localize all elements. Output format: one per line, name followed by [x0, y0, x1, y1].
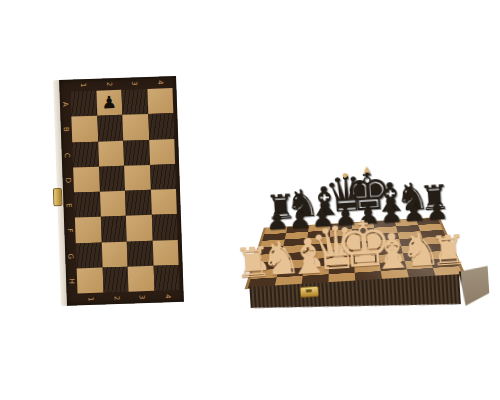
rank-label: 4: [161, 283, 174, 309]
folded-square: [75, 217, 101, 243]
rank-label: 3: [135, 284, 148, 310]
folded-square: [76, 242, 102, 268]
folded-chess-board: 1234 ABCDEFGH ♟ 1234: [53, 76, 184, 306]
chess-pieces: ♜♞♝♛●♚▲♝♞♜♟♟♟♟♟♟♟♟♟♟♟♟♟♟♟♟♜♞♝♛♚♝♞♜: [230, 148, 495, 338]
folded-square: [100, 216, 126, 242]
folded-square: [71, 116, 97, 142]
folded-square: [126, 215, 152, 241]
folded-square: [98, 140, 124, 166]
black-pawn: ♟: [402, 199, 426, 225]
product-photo: 1234 ABCDEFGH ♟ 1234 ♜♞♝♛●♚▲♝♞♜♟♟♟♟♟♟♟♟♟…: [0, 0, 500, 400]
folded-square: [149, 139, 175, 165]
folded-board-face: 1234 ABCDEFGH ♟ 1234: [59, 76, 184, 306]
brass-clasp: [300, 286, 320, 298]
king-finial: ▲: [363, 165, 370, 173]
folded-square: [147, 88, 173, 114]
rank-labels-bottom: 1234: [67, 290, 180, 306]
folded-square: [150, 164, 176, 190]
folded-square: [97, 115, 123, 141]
folded-square: [100, 191, 126, 217]
pawn-logo-icon: ♟: [101, 94, 117, 112]
folded-square: [151, 214, 177, 240]
folded-square: [124, 165, 150, 191]
folded-square: [123, 139, 149, 165]
folded-square: [71, 91, 97, 117]
side-latch: [53, 188, 63, 206]
folded-square: ♟: [96, 90, 122, 116]
folded-square: [125, 190, 151, 216]
folded-square: [74, 192, 100, 218]
folded-square: [122, 114, 148, 140]
folded-square: [73, 166, 99, 192]
folded-board-middle: ABCDEFGH ♟: [60, 88, 180, 294]
white-rook: ♜: [429, 231, 468, 272]
rank-label: 2: [110, 285, 123, 311]
folded-square: [127, 240, 153, 266]
rank-label: 1: [84, 286, 97, 312]
open-chess-set: ♜♞♝♛●♚▲♝♞♜♟♟♟♟♟♟♟♟♟♟♟♟♟♟♟♟♜♞♝♛♚♝♞♜: [230, 148, 495, 338]
folded-square: [121, 89, 147, 115]
folded-square: [99, 166, 125, 192]
folded-square: [72, 141, 98, 167]
black-pawn: ♟: [425, 197, 449, 223]
folded-square: [152, 239, 178, 265]
folded-square: [150, 189, 176, 215]
folded-board-grid: ♟: [71, 88, 180, 293]
folded-square: [101, 241, 127, 267]
folded-square: [148, 113, 174, 139]
